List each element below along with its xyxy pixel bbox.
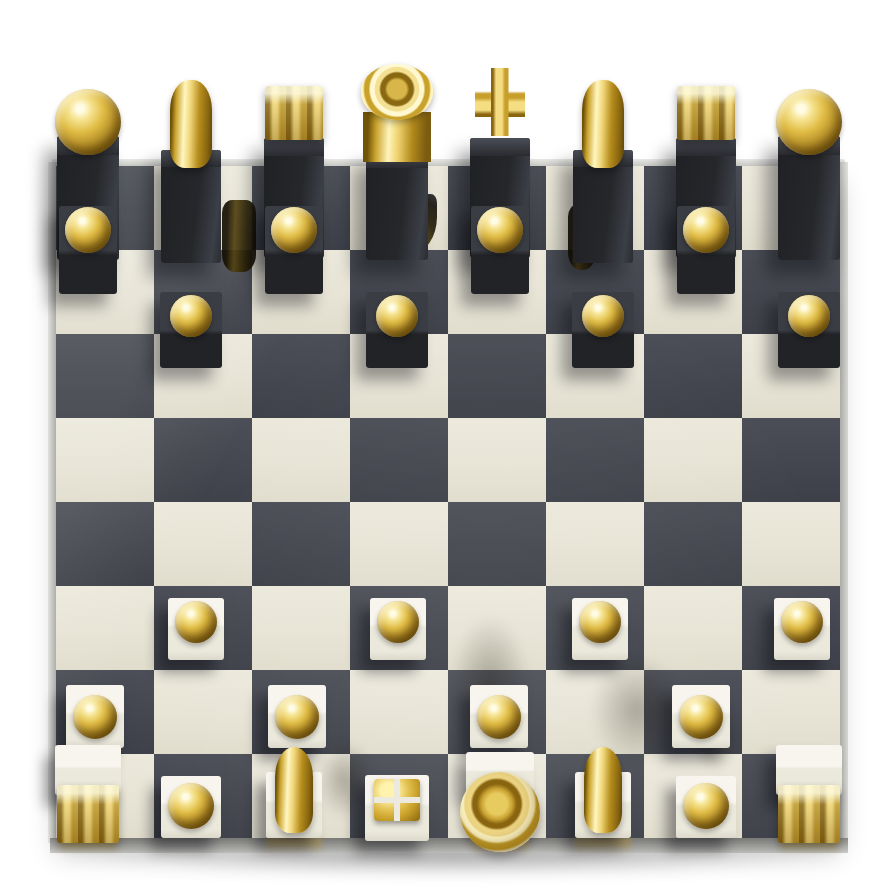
square-d4[interactable] [350, 502, 448, 586]
square-f2[interactable] [546, 670, 644, 754]
piece-white-bishop-c1[interactable] [266, 747, 322, 838]
piece-white-pawn-h3[interactable] [774, 598, 830, 660]
gold-ball [65, 207, 111, 253]
square-g6[interactable] [644, 334, 742, 418]
piece-black-pawn-a7[interactable] [59, 206, 117, 294]
gold-sphere [168, 783, 214, 829]
base-block [366, 152, 428, 260]
piece-black-queen-d8[interactable] [361, 64, 433, 260]
gold-sphere [683, 783, 729, 829]
square-c6[interactable] [252, 334, 350, 418]
square-d5[interactable] [350, 418, 448, 502]
piece-black-pawn-e7[interactable] [471, 206, 529, 294]
gold-bullet [584, 747, 622, 833]
gold-ball [275, 695, 319, 739]
square-e5[interactable] [448, 418, 546, 502]
gold-ball [477, 207, 523, 253]
piece-white-pawn-e2[interactable] [470, 685, 528, 748]
gold-ball [582, 295, 624, 337]
piece-white-pawn-b3[interactable] [168, 598, 224, 660]
gold-sphere [55, 89, 121, 155]
square-f4[interactable] [546, 502, 644, 586]
piece-black-pawn-f6[interactable] [572, 292, 634, 368]
piece-black-bishop-b8[interactable] [161, 80, 221, 263]
square-e6[interactable] [448, 334, 546, 418]
piece-black-knight-h8[interactable] [776, 89, 842, 260]
square-h2[interactable] [742, 670, 840, 754]
piece-white-knight-g1[interactable] [676, 776, 736, 838]
piece-white-rook-a1[interactable] [55, 745, 121, 843]
square-e3[interactable] [448, 586, 546, 670]
square-a6[interactable] [56, 334, 154, 418]
piece-white-pawn-d3[interactable] [370, 598, 426, 660]
piece-white-pawn-f3[interactable] [572, 598, 628, 660]
gold-cross-top [374, 779, 420, 821]
gold-block-top [677, 86, 735, 140]
square-g5[interactable] [644, 418, 742, 502]
square-c3[interactable] [252, 586, 350, 670]
square-a5[interactable] [56, 418, 154, 502]
gold-ball [579, 601, 621, 643]
gold-ball [477, 695, 521, 739]
square-a3[interactable] [56, 586, 154, 670]
piece-black-pawn-b6[interactable] [160, 292, 222, 368]
gold-ball [376, 295, 418, 337]
square-c4[interactable] [252, 502, 350, 586]
gold-crown-top [361, 64, 433, 120]
piece-black-pawn-c7[interactable] [265, 206, 323, 294]
gold-ball [73, 695, 117, 739]
board-edge-bottom [50, 838, 848, 853]
square-c5[interactable] [252, 418, 350, 502]
piece-white-pawn-a2[interactable] [66, 685, 124, 748]
gold-ball [377, 601, 419, 643]
square-b2[interactable] [154, 670, 252, 754]
piece-black-pawn-d6[interactable] [366, 292, 428, 368]
piece-black-bishop-f8[interactable] [573, 80, 633, 263]
product-photo-canvas [0, 0, 896, 896]
gold-block-top [778, 785, 840, 843]
gold-ball [788, 295, 830, 337]
gold-ball [175, 601, 217, 643]
gold-ball [683, 207, 729, 253]
gold-bullet [170, 80, 212, 168]
piece-black-pawn-h6[interactable] [778, 292, 840, 368]
piece-white-rook-h1[interactable] [776, 745, 842, 843]
square-a4[interactable] [56, 502, 154, 586]
piece-white-bishop-f1[interactable] [575, 747, 631, 838]
gold-block-top [265, 86, 323, 140]
piece-white-king-d1[interactable] [365, 775, 429, 841]
square-h4[interactable] [742, 502, 840, 586]
gold-sphere [776, 89, 842, 155]
board-edge-right [839, 162, 848, 843]
square-f5[interactable] [546, 418, 644, 502]
piece-white-pawn-c2[interactable] [268, 685, 326, 748]
gold-crown-ring [460, 772, 540, 852]
gold-bullet [275, 747, 313, 833]
gold-ball [679, 695, 723, 739]
gold-bullet [582, 80, 624, 168]
square-b4[interactable] [154, 502, 252, 586]
gold-ball [781, 601, 823, 643]
piece-white-pawn-g2[interactable] [672, 685, 730, 748]
square-h5[interactable] [742, 418, 840, 502]
square-g3[interactable] [644, 586, 742, 670]
square-d2[interactable] [350, 670, 448, 754]
square-e4[interactable] [448, 502, 546, 586]
gold-cross [475, 68, 525, 136]
gold-ball [170, 295, 212, 337]
piece-white-knight-b1[interactable] [161, 776, 221, 838]
gold-ball [271, 207, 317, 253]
square-g4[interactable] [644, 502, 742, 586]
piece-white-queen-e1[interactable] [460, 752, 540, 852]
square-b5[interactable] [154, 418, 252, 502]
piece-black-pawn-g7[interactable] [677, 206, 735, 294]
gold-block-top [57, 785, 119, 843]
